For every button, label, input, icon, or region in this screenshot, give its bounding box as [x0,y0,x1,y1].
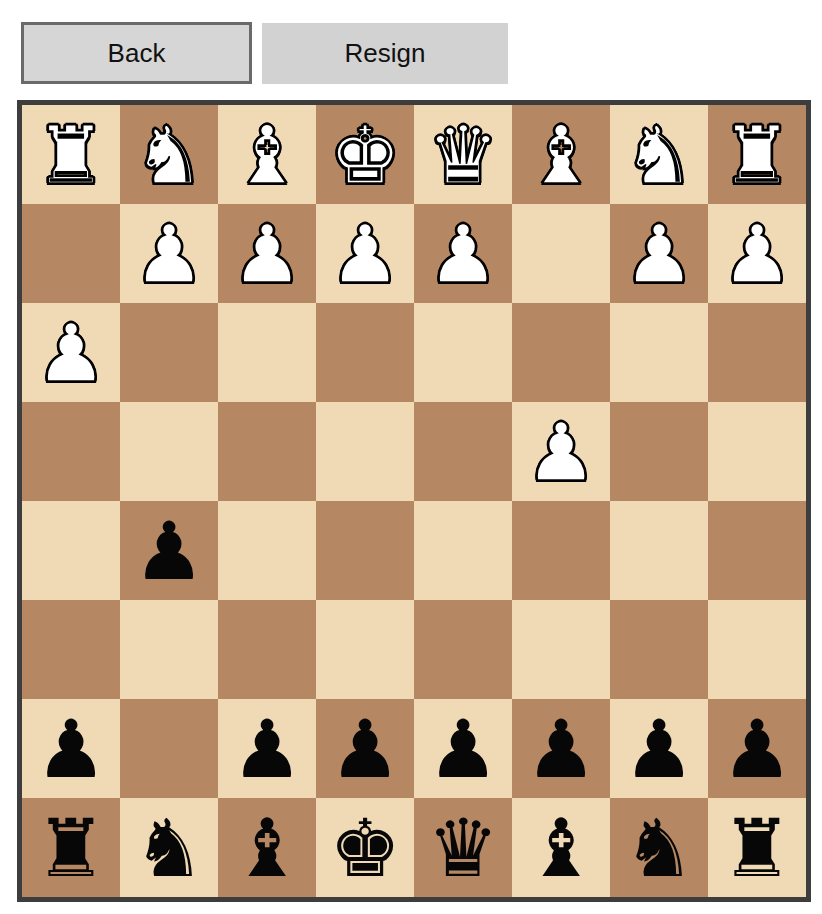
piece-wP-d2[interactable]: ♟ [427,207,499,303]
square-d4[interactable] [414,402,512,501]
square-h6[interactable] [22,600,120,699]
piece-wP-c4[interactable]: ♟ [525,405,597,501]
square-f1[interactable]: ♝ [218,105,316,204]
square-f8[interactable]: ♝ [218,798,316,897]
square-a3[interactable] [708,303,806,402]
square-e7[interactable]: ♟ [316,699,414,798]
square-h1[interactable]: ♜ [22,105,120,204]
piece-wB-c1[interactable]: ♝ [525,108,597,204]
piece-wR-h1[interactable]: ♜ [35,108,107,204]
piece-bR-a8[interactable]: ♜ [721,801,793,897]
square-e4[interactable] [316,402,414,501]
piece-bP-e7[interactable]: ♟ [329,702,401,798]
piece-bP-h7[interactable]: ♟ [35,702,107,798]
square-b5[interactable] [610,501,708,600]
square-c5[interactable] [512,501,610,600]
square-c2[interactable] [512,204,610,303]
square-a5[interactable] [708,501,806,600]
piece-bP-c7[interactable]: ♟ [525,702,597,798]
square-b7[interactable]: ♟ [610,699,708,798]
square-g6[interactable] [120,600,218,699]
square-f6[interactable] [218,600,316,699]
square-h3[interactable]: ♟ [22,303,120,402]
square-g5[interactable]: ♟ [120,501,218,600]
square-b1[interactable]: ♞ [610,105,708,204]
piece-bB-c8[interactable]: ♝ [525,801,597,897]
piece-bR-h8[interactable]: ♜ [35,801,107,897]
square-d1[interactable]: ♛ [414,105,512,204]
square-b2[interactable]: ♟ [610,204,708,303]
square-g8[interactable]: ♞ [120,798,218,897]
piece-wK-e1[interactable]: ♚ [329,108,401,204]
square-e2[interactable]: ♟ [316,204,414,303]
piece-bN-g8[interactable]: ♞ [133,801,205,897]
square-b4[interactable] [610,402,708,501]
piece-wQ-d1[interactable]: ♛ [427,108,499,204]
square-e6[interactable] [316,600,414,699]
square-f5[interactable] [218,501,316,600]
square-g1[interactable]: ♞ [120,105,218,204]
square-h8[interactable]: ♜ [22,798,120,897]
piece-bP-a7[interactable]: ♟ [721,702,793,798]
piece-wR-a1[interactable]: ♜ [721,108,793,204]
square-h7[interactable]: ♟ [22,699,120,798]
square-a6[interactable] [708,600,806,699]
square-a1[interactable]: ♜ [708,105,806,204]
piece-wP-h3[interactable]: ♟ [35,306,107,402]
square-e5[interactable] [316,501,414,600]
piece-wN-b1[interactable]: ♞ [623,108,695,204]
square-f4[interactable] [218,402,316,501]
piece-wP-g2[interactable]: ♟ [133,207,205,303]
square-b8[interactable]: ♞ [610,798,708,897]
square-c1[interactable]: ♝ [512,105,610,204]
square-g4[interactable] [120,402,218,501]
square-h5[interactable] [22,501,120,600]
square-f7[interactable]: ♟ [218,699,316,798]
piece-wB-f1[interactable]: ♝ [231,108,303,204]
square-a4[interactable] [708,402,806,501]
square-b3[interactable] [610,303,708,402]
piece-wP-e2[interactable]: ♟ [329,207,401,303]
square-g7[interactable] [120,699,218,798]
chess-board: ♜♞♝♚♛♝♞♜♟♟♟♟♟♟♟♟♟♟♟♟♟♟♟♟♜♞♝♚♛♝♞♜ [17,100,811,902]
piece-bP-g5[interactable]: ♟ [133,504,205,600]
square-e8[interactable]: ♚ [316,798,414,897]
square-f2[interactable]: ♟ [218,204,316,303]
square-c8[interactable]: ♝ [512,798,610,897]
square-c4[interactable]: ♟ [512,402,610,501]
square-g2[interactable]: ♟ [120,204,218,303]
square-d2[interactable]: ♟ [414,204,512,303]
piece-bN-b8[interactable]: ♞ [623,801,695,897]
resign-button[interactable]: Resign [262,23,508,84]
square-h2[interactable] [22,204,120,303]
square-c7[interactable]: ♟ [512,699,610,798]
square-e3[interactable] [316,303,414,402]
piece-bP-b7[interactable]: ♟ [623,702,695,798]
piece-bQ-d8[interactable]: ♛ [427,801,499,897]
square-a8[interactable]: ♜ [708,798,806,897]
piece-wP-a2[interactable]: ♟ [721,207,793,303]
square-g3[interactable] [120,303,218,402]
piece-bB-f8[interactable]: ♝ [231,801,303,897]
piece-wN-g1[interactable]: ♞ [133,108,205,204]
piece-bP-f7[interactable]: ♟ [231,702,303,798]
piece-wP-b2[interactable]: ♟ [623,207,695,303]
square-a2[interactable]: ♟ [708,204,806,303]
square-h4[interactable] [22,402,120,501]
piece-wP-f2[interactable]: ♟ [231,207,303,303]
square-e1[interactable]: ♚ [316,105,414,204]
square-d8[interactable]: ♛ [414,798,512,897]
square-d5[interactable] [414,501,512,600]
square-f3[interactable] [218,303,316,402]
square-c6[interactable] [512,600,610,699]
square-d6[interactable] [414,600,512,699]
square-d3[interactable] [414,303,512,402]
square-a7[interactable]: ♟ [708,699,806,798]
square-b6[interactable] [610,600,708,699]
square-d7[interactable]: ♟ [414,699,512,798]
square-c3[interactable] [512,303,610,402]
back-button[interactable]: Back [21,22,252,84]
piece-bP-d7[interactable]: ♟ [427,702,499,798]
piece-bK-e8[interactable]: ♚ [329,801,401,897]
